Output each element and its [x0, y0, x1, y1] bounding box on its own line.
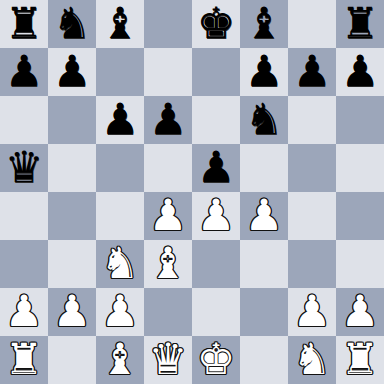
black-pawn-piece[interactable]: ♟	[197, 144, 236, 191]
square-f1[interactable]	[240, 336, 288, 384]
square-a8[interactable]: ♜	[0, 0, 48, 48]
square-h4[interactable]	[336, 192, 384, 240]
square-a5[interactable]: ♛	[0, 144, 48, 192]
black-rook-piece[interactable]: ♜	[341, 0, 380, 47]
square-a3[interactable]	[0, 240, 48, 288]
square-d5[interactable]	[144, 144, 192, 192]
square-h7[interactable]: ♟	[336, 48, 384, 96]
square-b5[interactable]	[48, 144, 96, 192]
square-h5[interactable]	[336, 144, 384, 192]
black-knight-piece[interactable]: ♞	[53, 0, 92, 47]
square-a4[interactable]	[0, 192, 48, 240]
white-bishop-piece[interactable]: ♝	[101, 336, 140, 383]
square-f3[interactable]	[240, 240, 288, 288]
square-f5[interactable]	[240, 144, 288, 192]
white-pawn-piece[interactable]: ♟	[245, 192, 284, 239]
square-h6[interactable]	[336, 96, 384, 144]
square-e7[interactable]	[192, 48, 240, 96]
square-c7[interactable]	[96, 48, 144, 96]
square-g2[interactable]: ♟	[288, 288, 336, 336]
black-pawn-piece[interactable]: ♟	[149, 96, 188, 143]
square-g6[interactable]	[288, 96, 336, 144]
square-d8[interactable]	[144, 0, 192, 48]
square-f7[interactable]: ♟	[240, 48, 288, 96]
black-pawn-piece[interactable]: ♟	[53, 48, 92, 95]
square-h2[interactable]: ♟	[336, 288, 384, 336]
black-pawn-piece[interactable]: ♟	[5, 48, 44, 95]
square-a2[interactable]: ♟	[0, 288, 48, 336]
white-rook-piece[interactable]: ♜	[5, 336, 44, 383]
square-f8[interactable]: ♝	[240, 0, 288, 48]
white-pawn-piece[interactable]: ♟	[53, 288, 92, 335]
white-pawn-piece[interactable]: ♟	[197, 192, 236, 239]
square-a1[interactable]: ♜	[0, 336, 48, 384]
black-pawn-piece[interactable]: ♟	[245, 48, 284, 95]
square-d6[interactable]: ♟	[144, 96, 192, 144]
square-e5[interactable]: ♟	[192, 144, 240, 192]
black-bishop-piece[interactable]: ♝	[245, 0, 284, 47]
chess-board: ♜♞♝♚♝♜♟♟♟♟♟♟♟♞♛♟♟♟♟♞♝♟♟♟♟♟♜♝♛♚♞♜	[0, 0, 384, 384]
square-b8[interactable]: ♞	[48, 0, 96, 48]
square-g8[interactable]	[288, 0, 336, 48]
square-h3[interactable]	[336, 240, 384, 288]
white-pawn-piece[interactable]: ♟	[5, 288, 44, 335]
black-pawn-piece[interactable]: ♟	[293, 48, 332, 95]
square-b4[interactable]	[48, 192, 96, 240]
square-f2[interactable]	[240, 288, 288, 336]
square-e6[interactable]	[192, 96, 240, 144]
white-pawn-piece[interactable]: ♟	[101, 288, 140, 335]
square-e4[interactable]: ♟	[192, 192, 240, 240]
square-c4[interactable]	[96, 192, 144, 240]
square-c2[interactable]: ♟	[96, 288, 144, 336]
square-h1[interactable]: ♜	[336, 336, 384, 384]
square-e2[interactable]	[192, 288, 240, 336]
square-e8[interactable]: ♚	[192, 0, 240, 48]
square-g3[interactable]	[288, 240, 336, 288]
white-pawn-piece[interactable]: ♟	[149, 192, 188, 239]
white-bishop-piece[interactable]: ♝	[149, 240, 188, 287]
square-d4[interactable]: ♟	[144, 192, 192, 240]
black-rook-piece[interactable]: ♜	[5, 0, 44, 47]
square-c5[interactable]	[96, 144, 144, 192]
square-d7[interactable]	[144, 48, 192, 96]
square-g5[interactable]	[288, 144, 336, 192]
black-king-piece[interactable]: ♚	[197, 0, 236, 47]
square-e1[interactable]: ♚	[192, 336, 240, 384]
square-a7[interactable]: ♟	[0, 48, 48, 96]
white-knight-piece[interactable]: ♞	[293, 336, 332, 383]
square-c6[interactable]: ♟	[96, 96, 144, 144]
black-queen-piece[interactable]: ♛	[5, 144, 44, 191]
white-pawn-piece[interactable]: ♟	[293, 288, 332, 335]
square-b2[interactable]: ♟	[48, 288, 96, 336]
square-c8[interactable]: ♝	[96, 0, 144, 48]
square-e3[interactable]	[192, 240, 240, 288]
square-d3[interactable]: ♝	[144, 240, 192, 288]
square-g4[interactable]	[288, 192, 336, 240]
square-c3[interactable]: ♞	[96, 240, 144, 288]
white-rook-piece[interactable]: ♜	[341, 336, 380, 383]
square-h8[interactable]: ♜	[336, 0, 384, 48]
square-b7[interactable]: ♟	[48, 48, 96, 96]
square-b6[interactable]	[48, 96, 96, 144]
square-d2[interactable]	[144, 288, 192, 336]
square-g7[interactable]: ♟	[288, 48, 336, 96]
square-a6[interactable]	[0, 96, 48, 144]
square-g1[interactable]: ♞	[288, 336, 336, 384]
square-f6[interactable]: ♞	[240, 96, 288, 144]
white-queen-piece[interactable]: ♛	[149, 336, 188, 383]
black-knight-piece[interactable]: ♞	[245, 96, 284, 143]
square-f4[interactable]: ♟	[240, 192, 288, 240]
square-b1[interactable]	[48, 336, 96, 384]
black-bishop-piece[interactable]: ♝	[101, 0, 140, 47]
square-d1[interactable]: ♛	[144, 336, 192, 384]
white-king-piece[interactable]: ♚	[197, 336, 236, 383]
black-pawn-piece[interactable]: ♟	[341, 48, 380, 95]
square-c1[interactable]: ♝	[96, 336, 144, 384]
black-pawn-piece[interactable]: ♟	[101, 96, 140, 143]
white-pawn-piece[interactable]: ♟	[341, 288, 380, 335]
white-knight-piece[interactable]: ♞	[101, 240, 140, 287]
square-b3[interactable]	[48, 240, 96, 288]
